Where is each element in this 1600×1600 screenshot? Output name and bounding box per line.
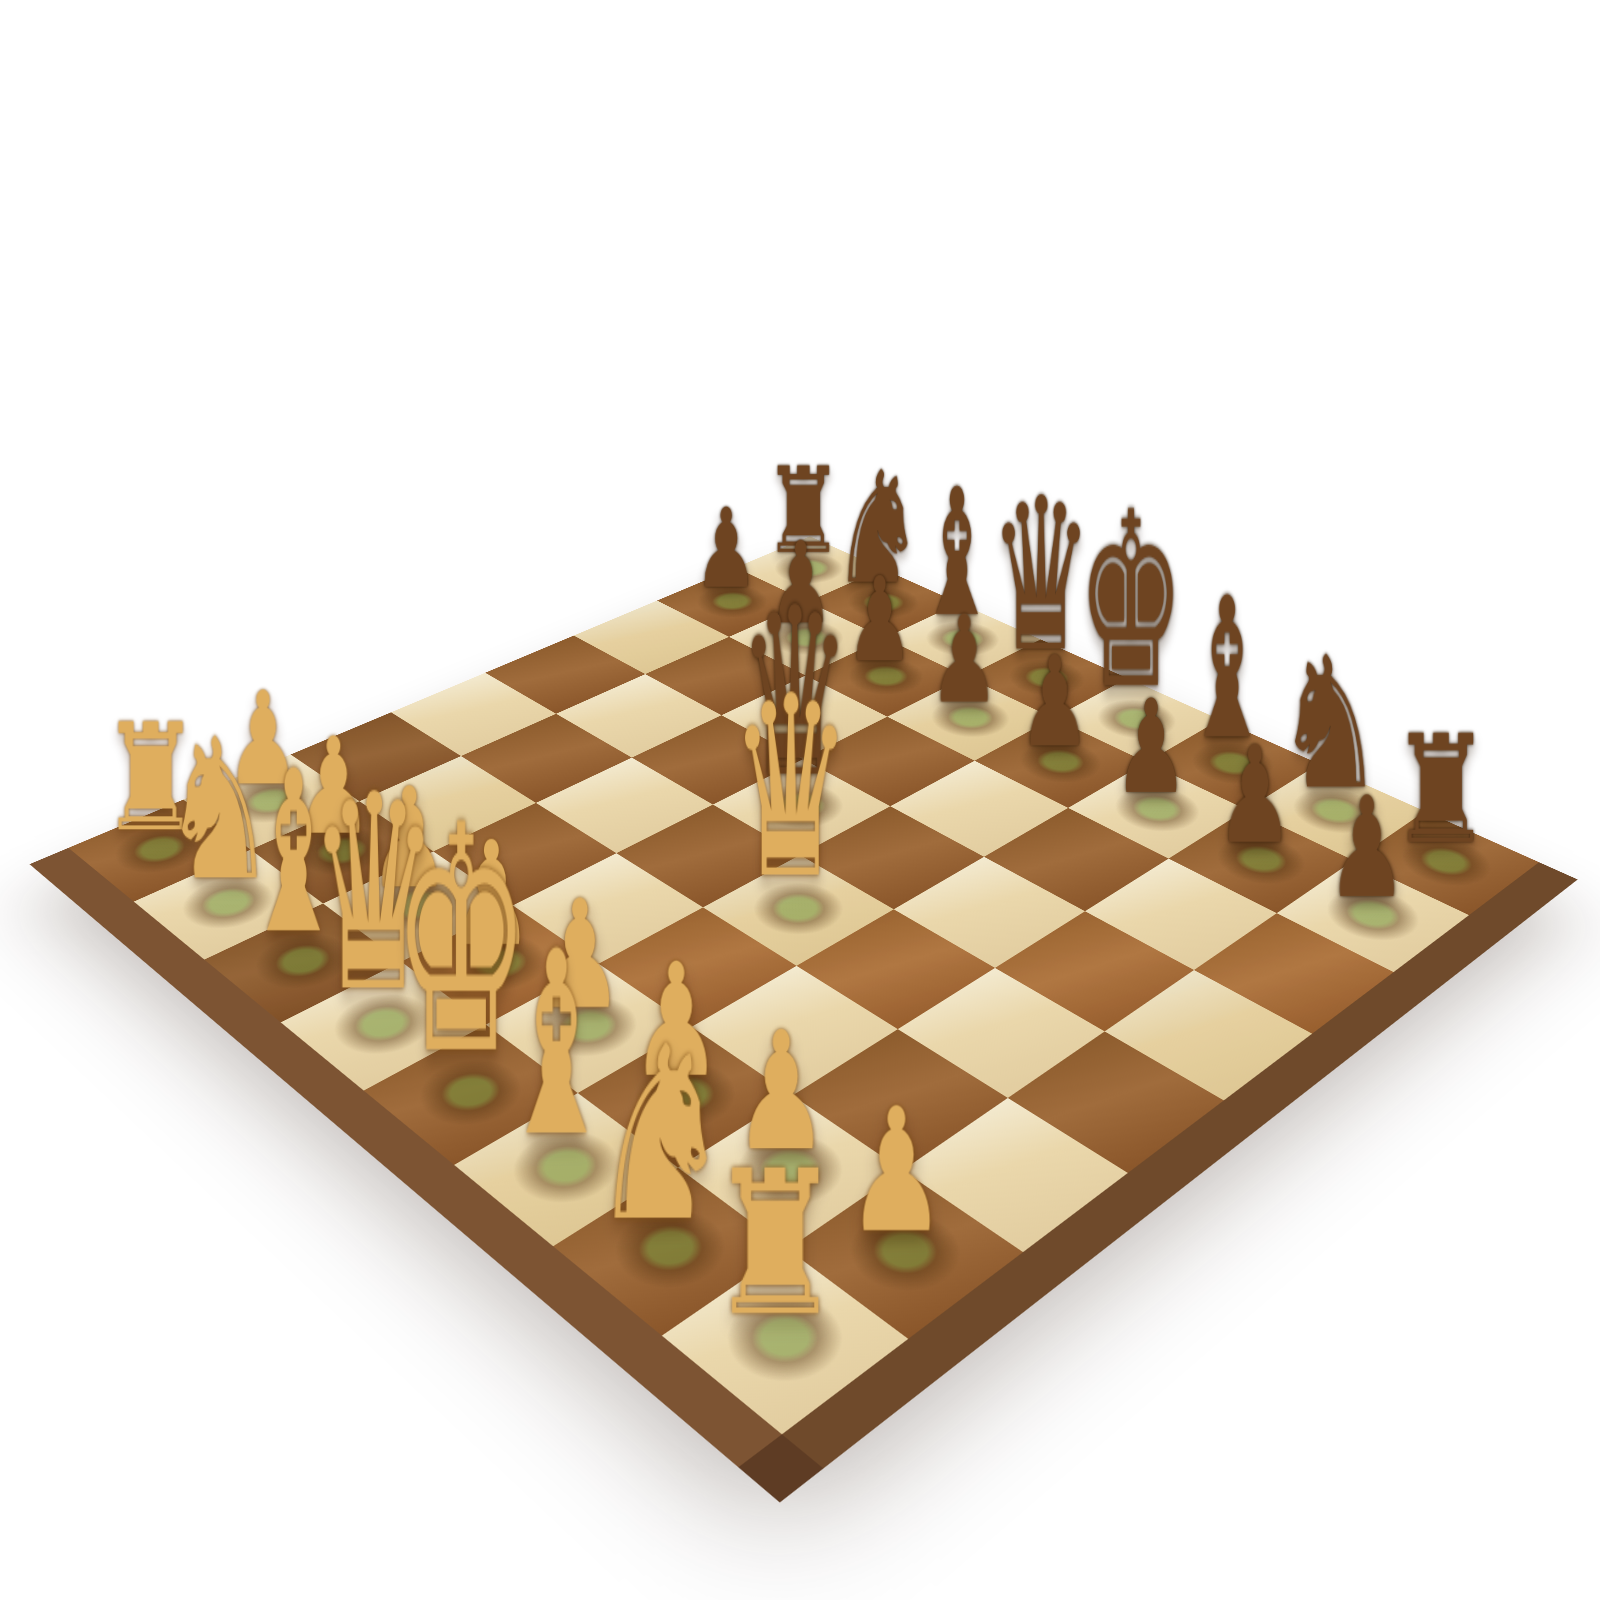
product-photo-page: ♜♞♝♛♚♝♞♜♟♟♟♟♟♟♟♟♛♛♟♟♟♟♟♟♟♟♜♞♝♛♚♝♞♜ (0, 0, 1600, 1600)
chessboard: ♜♞♝♛♚♝♞♜♟♟♟♟♟♟♟♟♛♛♟♟♟♟♟♟♟♟♜♞♝♛♚♝♞♜ (68, 536, 1539, 1434)
pieces-layer: ♜♞♝♛♚♝♞♜♟♟♟♟♟♟♟♟♛♛♟♟♟♟♟♟♟♟♜♞♝♛♚♝♞♜ (68, 536, 1539, 1434)
black-pawn-glyph: ♟ (1261, 779, 1472, 918)
white-rook-glyph: ♜ (627, 1145, 923, 1344)
white-queen-glyph: ♛ (688, 662, 894, 912)
